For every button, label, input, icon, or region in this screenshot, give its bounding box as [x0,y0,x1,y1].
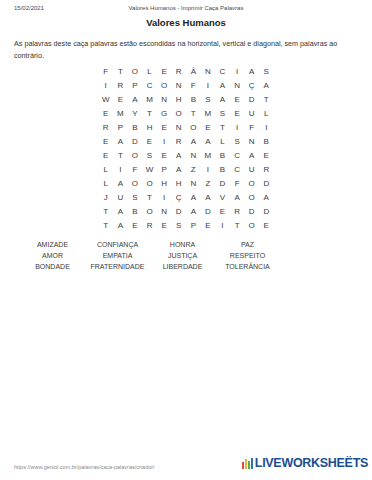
grid-cell-r5c3: B [128,120,143,134]
grid-cell-r6c9: L [215,134,230,148]
grid-cell-r4c5: G [157,106,172,120]
grid-cell-r8c3: F [128,162,143,176]
grid-cell-r3c4: M [142,92,157,106]
grid-cell-r6c12: B [259,134,274,148]
grid-cell-r11c2: A [113,204,128,218]
grid-cell-r11c9: E [215,204,230,218]
grid-cell-r5c12: I [259,120,274,134]
grid-cell-r12c1: T [98,219,113,233]
grid-cell-r8c10: C [230,162,245,176]
instructions-line-2: contrário. [14,50,360,62]
grid-cell-r4c1: E [98,106,113,120]
grid-cell-r3c5: N [157,92,172,106]
word-item: TOLERÂNCIA [215,261,280,272]
word-list-column-2: CONFIANÇAEMPATIAFRATERNIDADE [85,239,150,272]
grid-cell-r12c3: E [128,219,143,233]
grid-cell-r9c11: O [244,176,259,190]
grid-cell-r10c4: T [142,190,157,204]
grid-cell-r10c12: A [259,190,274,204]
grid-cell-r3c12: T [259,92,274,106]
grid-cell-r7c7: N [186,148,201,162]
word-list: AMIZADEAMORBONDADECONFIANÇAEMPATIAFRATER… [20,239,280,272]
grid-cell-r5c4: H [142,120,157,134]
grid-cell-r10c5: I [157,190,172,204]
grid-cell-r8c8: I [201,162,216,176]
grid-cell-r3c10: E [230,92,245,106]
grid-cell-r8c1: L [98,162,113,176]
grid-cell-r7c12: E [259,148,274,162]
grid-cell-r7c2: T [113,148,128,162]
grid-cell-r4c12: L [259,106,274,120]
grid-cell-r6c4: E [142,134,157,148]
grid-cell-r5c6: N [171,120,186,134]
grid-cell-r9c7: N [186,176,201,190]
print-preview-page: 15/02/2021 Valores Humanos - Imprimir Ca… [0,0,372,480]
grid-cell-r1c10: I [230,64,245,78]
grid-cell-r12c11: O [244,219,259,233]
grid-cell-r7c6: A [171,148,186,162]
grid-cell-r2c2: R [113,78,128,92]
grid-cell-r6c8: A [201,134,216,148]
grid-cell-r9c9: D [215,176,230,190]
grid-cell-r1c2: T [113,64,128,78]
grid-cell-r5c5: E [157,120,172,134]
grid-cell-r3c1: W [98,92,113,106]
grid-cell-r2c7: F [186,78,201,92]
grid-cell-r3c11: D [244,92,259,106]
grid-cell-r2c11: Ç [244,78,259,92]
grid-cell-r5c10: I [230,120,245,134]
grid-cell-r2c12: A [259,78,274,92]
word-item: CONFIANÇA [85,239,150,250]
grid-cell-r1c4: L [142,64,157,78]
grid-cell-r9c4: O [142,176,157,190]
grid-cell-r6c11: N [244,134,259,148]
grid-cell-r2c10: N [230,78,245,92]
grid-cell-r1c8: N [201,64,216,78]
grid-cell-r5c7: O [186,120,201,134]
header-doc-title: Valores Humanos - Imprimir Caça Palavras [0,5,372,11]
grid-cell-r11c5: N [157,204,172,218]
grid-cell-r9c2: A [113,176,128,190]
grid-cell-r8c4: W [142,162,157,176]
grid-cell-r11c12: D [259,204,274,218]
grid-cell-r9c5: H [157,176,172,190]
grid-cell-r12c2: A [113,219,128,233]
logo-color-bar [242,462,244,469]
grid-cell-r5c1: R [98,120,113,134]
grid-cell-r4c6: O [171,106,186,120]
grid-cell-r4c7: T [186,106,201,120]
grid-cell-r1c12: S [259,64,274,78]
grid-cell-r6c2: A [113,134,128,148]
grid-cell-r2c4: C [142,78,157,92]
grid-cell-r6c1: E [98,134,113,148]
grid-cell-r8c11: U [244,162,259,176]
grid-cell-r3c3: A [128,92,143,106]
word-list-column-1: AMIZADEAMORBONDADE [20,239,85,272]
grid-cell-r2c8: I [201,78,216,92]
grid-cell-r1c11: A [244,64,259,78]
grid-cell-r10c7: A [186,190,201,204]
grid-cell-r6c10: S [230,134,245,148]
grid-cell-r4c9: S [215,106,230,120]
grid-cell-r10c6: Ç [171,190,186,204]
grid-cell-r2c6: N [171,78,186,92]
grid-cell-r11c10: R [230,204,245,218]
grid-cell-r12c5: E [157,219,172,233]
grid-cell-r2c1: I [98,78,113,92]
liveworksheets-icon [242,458,253,469]
word-item: JUSTIÇA [150,250,215,261]
grid-cell-r10c9: V [215,190,230,204]
grid-cell-r9c10: F [230,176,245,190]
grid-cell-r10c11: O [244,190,259,204]
grid-cell-r1c5: E [157,64,172,78]
word-item: PAZ [215,239,280,250]
grid-cell-r12c4: R [142,219,157,233]
instructions-line-1: As palavras deste caça palavras estão es… [14,38,360,50]
word-item: HONRA [150,239,215,250]
grid-cell-r10c1: J [98,190,113,204]
grid-cell-r10c8: A [201,190,216,204]
grid-cell-r3c2: E [113,92,128,106]
word-item: EMPATIA [85,250,150,261]
grid-cell-r7c3: O [128,148,143,162]
liveworksheets-logo: LIVEWORKSHEËTS [242,456,368,470]
grid-cell-r12c10: T [230,219,245,233]
word-list-column-4: PAZRESPEITOTOLERÂNCIA [215,239,280,272]
grid-cell-r9c3: O [128,176,143,190]
grid-cell-r1c3: O [128,64,143,78]
word-item: LIBERDADE [150,261,215,272]
grid-cell-r10c2: U [113,190,128,204]
grid-cell-r8c6: A [171,162,186,176]
grid-cell-r2c5: O [157,78,172,92]
grid-cell-r3c9: A [215,92,230,106]
grid-cell-r11c8: D [201,204,216,218]
grid-cell-r4c3: Y [128,106,143,120]
grid-cell-r7c10: C [230,148,245,162]
grid-cell-r7c4: S [142,148,157,162]
grid-cell-r1c6: R [171,64,186,78]
grid-cell-r11c1: T [98,204,113,218]
grid-cell-r12c8: E [201,219,216,233]
logo-color-bar [245,459,247,469]
word-item: AMOR [20,250,85,261]
word-item: BONDADE [20,261,85,272]
grid-cell-r3c6: H [171,92,186,106]
grid-cell-r12c9: I [215,219,230,233]
grid-cell-r11c11: D [244,204,259,218]
grid-cell-r11c3: B [128,204,143,218]
grid-cell-r12c12: E [259,219,274,233]
grid-cell-r7c1: E [98,148,113,162]
grid-cell-r5c8: E [201,120,216,134]
grid-cell-r11c6: D [171,204,186,218]
grid-cell-r1c1: F [98,64,113,78]
grid-cell-r12c7: P [186,219,201,233]
grid-cell-r6c7: A [186,134,201,148]
grid-cell-r6c6: R [171,134,186,148]
grid-cell-r3c8: S [201,92,216,106]
grid-cell-r9c8: Z [201,176,216,190]
grid-cell-r8c5: P [157,162,172,176]
grid-cell-r8c2: I [113,162,128,176]
liveworksheets-logo-text: LIVEWORKSHEËTS [255,456,368,470]
grid-cell-r7c5: E [157,148,172,162]
grid-cell-r8c9: B [215,162,230,176]
grid-cell-r4c8: M [201,106,216,120]
grid-cell-r9c12: D [259,176,274,190]
grid-cell-r6c5: I [157,134,172,148]
grid-cell-r7c9: B [215,148,230,162]
logo-color-bar [248,461,250,469]
logo-color-bar [251,458,253,469]
grid-cell-r8c7: Z [186,162,201,176]
word-item: RESPEITO [215,250,280,261]
word-item: FRATERNIDADE [85,261,150,272]
grid-cell-r2c3: P [128,78,143,92]
grid-cell-r8c12: R [259,162,274,176]
grid-cell-r1c9: C [215,64,230,78]
grid-cell-r12c6: S [171,219,186,233]
grid-cell-r4c10: E [230,106,245,120]
word-list-column-3: HONRAJUSTIÇALIBERDADE [150,239,215,272]
grid-cell-r4c4: T [142,106,157,120]
grid-cell-r10c10: A [230,190,245,204]
grid-cell-r10c3: S [128,190,143,204]
grid-cell-r5c9: T [215,120,230,134]
grid-cell-r7c11: A [244,148,259,162]
grid-cell-r3c7: B [186,92,201,106]
grid-cell-r5c2: P [113,120,128,134]
grid-cell-r11c4: O [142,204,157,218]
grid-cell-r9c1: L [98,176,113,190]
instructions-text: As palavras deste caça palavras estão es… [14,38,360,61]
grid-cell-r5c11: F [244,120,259,134]
grid-cell-r4c2: M [113,106,128,120]
word-item: AMIZADE [20,239,85,250]
footer-url: https://www.geniol.com.br/palavras/caca-… [14,464,155,470]
grid-cell-r11c7: A [186,204,201,218]
grid-cell-r6c3: D [128,134,143,148]
grid-cell-r9c6: H [171,176,186,190]
grid-cell-r4c11: U [244,106,259,120]
grid-cell-r7c8: M [201,148,216,162]
page-title: Valores Humanos [0,17,372,28]
grid-cell-r2c9: A [215,78,230,92]
wordsearch-grid: FTOLERÂNCIASIRPCONFIANÇAWEAMNHBSAEDTEMYT… [98,64,273,233]
grid-cell-r1c7: Â [186,64,201,78]
